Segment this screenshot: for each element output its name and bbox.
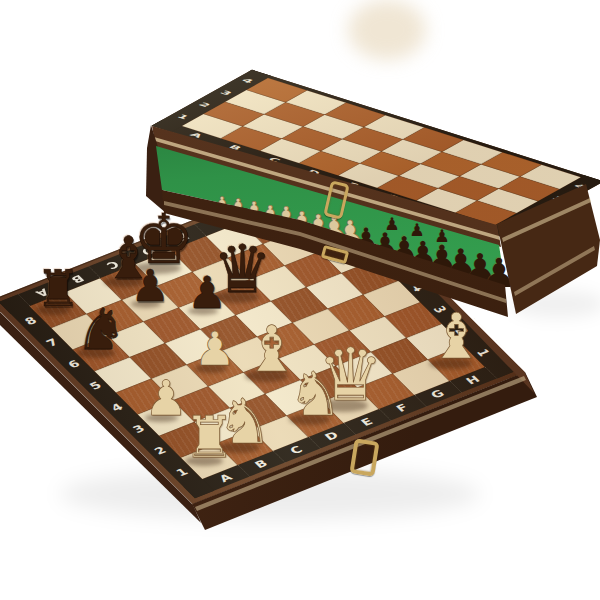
product-photo-chess-set: AA88BB77CC66DD55EE44FF33GG22HH11 ABCDEFG… [0, 0, 600, 600]
blurred-piece-background [348, 0, 426, 60]
